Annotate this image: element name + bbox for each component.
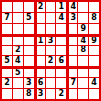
cell-r3c2[interactable] bbox=[13, 24, 23, 34]
cell-r9c1[interactable] bbox=[2, 89, 12, 99]
cell-r7c6[interactable] bbox=[56, 67, 66, 77]
cell-r9c9[interactable] bbox=[89, 89, 99, 99]
cell-r8c1[interactable]: 2 bbox=[2, 78, 12, 88]
cell-r6c2[interactable]: 4 bbox=[13, 56, 23, 66]
cell-r8c9[interactable]: 4 bbox=[89, 78, 99, 88]
cell-r7c7[interactable] bbox=[67, 67, 77, 77]
cell-r6c8[interactable] bbox=[78, 56, 88, 66]
cell-r1c8[interactable] bbox=[78, 2, 88, 12]
cell-r2c3[interactable]: 5 bbox=[24, 13, 34, 23]
cell-r7c9[interactable] bbox=[89, 67, 99, 77]
cell-r1c2[interactable] bbox=[13, 2, 23, 12]
cell-r3c6[interactable] bbox=[56, 24, 66, 34]
cell-r8c3[interactable]: 3 bbox=[24, 78, 34, 88]
cell-r1c4[interactable]: 2 bbox=[35, 2, 45, 12]
cell-r1c9[interactable] bbox=[89, 2, 99, 12]
cell-r3c8[interactable]: 9 bbox=[78, 24, 88, 34]
cell-r4c4[interactable]: 1 bbox=[35, 35, 45, 45]
cell-r4c5[interactable]: 3 bbox=[46, 35, 56, 45]
cell-r5c2[interactable]: 2 bbox=[13, 46, 23, 56]
cell-r4c6[interactable] bbox=[56, 35, 66, 45]
cell-r1c1[interactable] bbox=[2, 2, 12, 12]
cell-r5c3[interactable] bbox=[24, 46, 34, 56]
cell-r9c6[interactable]: 2 bbox=[56, 89, 66, 99]
cell-r1c3[interactable] bbox=[24, 2, 34, 12]
cell-r9c7[interactable] bbox=[67, 89, 77, 99]
cell-r2c2[interactable] bbox=[13, 13, 23, 23]
cell-r4c3[interactable] bbox=[24, 35, 34, 45]
cell-r6c5[interactable]: 2 bbox=[46, 56, 56, 66]
cell-r8c8[interactable] bbox=[78, 78, 88, 88]
cell-r3c3[interactable] bbox=[24, 24, 34, 34]
cell-r8c6[interactable] bbox=[56, 78, 66, 88]
cell-r2c4[interactable] bbox=[35, 13, 45, 23]
cell-r4c1[interactable] bbox=[2, 35, 12, 45]
cell-r9c3[interactable]: 8 bbox=[24, 89, 34, 99]
cell-r1c7[interactable]: 4 bbox=[67, 2, 77, 12]
cell-r2c9[interactable]: 8 bbox=[89, 13, 99, 23]
sudoku-board: 2147543891349285426523674832 bbox=[0, 0, 101, 101]
cell-r6c1[interactable]: 5 bbox=[2, 56, 12, 66]
cell-r3c7[interactable] bbox=[67, 24, 77, 34]
cell-r3c1[interactable] bbox=[2, 24, 12, 34]
cell-r8c7[interactable]: 7 bbox=[67, 78, 77, 88]
cell-r5c6[interactable] bbox=[56, 46, 66, 56]
cell-r8c5[interactable] bbox=[46, 78, 56, 88]
cell-r6c4[interactable] bbox=[35, 56, 45, 66]
cell-r4c8[interactable]: 4 bbox=[78, 35, 88, 45]
cell-r1c6[interactable]: 1 bbox=[56, 2, 66, 12]
cell-r5c8[interactable]: 8 bbox=[78, 46, 88, 56]
cell-r2c7[interactable]: 3 bbox=[67, 13, 77, 23]
cell-r6c3[interactable] bbox=[24, 56, 34, 66]
cell-r2c6[interactable]: 4 bbox=[56, 13, 66, 23]
cell-r6c9[interactable] bbox=[89, 56, 99, 66]
cell-r2c8[interactable] bbox=[78, 13, 88, 23]
cell-r7c5[interactable] bbox=[46, 67, 56, 77]
cell-r9c4[interactable]: 3 bbox=[35, 89, 45, 99]
cell-r4c9[interactable]: 9 bbox=[89, 35, 99, 45]
cell-r7c3[interactable] bbox=[24, 67, 34, 77]
cell-r1c5[interactable] bbox=[46, 2, 56, 12]
cell-r3c4[interactable] bbox=[35, 24, 45, 34]
cell-r2c1[interactable]: 7 bbox=[2, 13, 12, 23]
cell-r5c7[interactable] bbox=[67, 46, 77, 56]
cell-r7c1[interactable] bbox=[2, 67, 12, 77]
cell-r7c8[interactable] bbox=[78, 67, 88, 77]
cell-r5c5[interactable] bbox=[46, 46, 56, 56]
cell-r2c5[interactable] bbox=[46, 13, 56, 23]
cell-r7c2[interactable]: 5 bbox=[13, 67, 23, 77]
cell-r5c9[interactable] bbox=[89, 46, 99, 56]
cell-r3c5[interactable] bbox=[46, 24, 56, 34]
cell-r5c1[interactable] bbox=[2, 46, 12, 56]
cell-r9c2[interactable] bbox=[13, 89, 23, 99]
cell-r9c5[interactable] bbox=[46, 89, 56, 99]
cell-r4c2[interactable] bbox=[13, 35, 23, 45]
cell-r9c8[interactable] bbox=[78, 89, 88, 99]
cell-r6c7[interactable] bbox=[67, 56, 77, 66]
cell-r7c4[interactable] bbox=[35, 67, 45, 77]
cell-r5c4[interactable] bbox=[35, 46, 45, 56]
cell-r8c4[interactable]: 6 bbox=[35, 78, 45, 88]
cell-r6c6[interactable]: 6 bbox=[56, 56, 66, 66]
cell-r8c2[interactable] bbox=[13, 78, 23, 88]
cell-r4c7[interactable] bbox=[67, 35, 77, 45]
cell-r3c9[interactable] bbox=[89, 24, 99, 34]
